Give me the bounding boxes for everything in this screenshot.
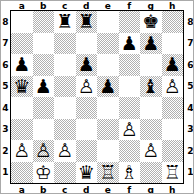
square-f5[interactable] (119, 76, 141, 98)
piece-black-queen-d1: ♛ (78, 161, 95, 183)
square-h4[interactable] (162, 97, 184, 119)
rank-label-7: 7 (1, 33, 10, 55)
square-f3[interactable]: ♙ (119, 119, 141, 141)
piece-white-bishop-f1: ♗ (121, 161, 138, 183)
square-e2[interactable] (97, 140, 119, 162)
square-d4[interactable] (76, 97, 98, 119)
square-f2[interactable] (119, 140, 141, 162)
piece-white-pawn-b2: ♙ (35, 140, 52, 162)
piece-white-pawn-h5: ♙ (164, 75, 181, 97)
piece-black-rook-d8: ♜ (78, 11, 95, 33)
piece-black-queen-a5: ♛ (13, 75, 30, 97)
square-f8[interactable] (119, 11, 141, 33)
piece-black-pawn-e5: ♟ (99, 75, 116, 97)
rank-label-1: 1 (186, 162, 194, 184)
chess-board: ♜♜♚♟♟♟♟♟♛♟♙♟♝♙♙♙♙♙♙♔♛♖♗♖ (10, 10, 184, 184)
square-a4[interactable] (11, 97, 33, 119)
square-a3[interactable] (11, 119, 33, 141)
chess-diagram: abcdefgh 87654321 ♜♜♚♟♟♟♟♟♛♟♙♟♝♙♙♙♙♙♙♔♛♖… (0, 0, 194, 194)
square-b8[interactable] (33, 11, 55, 33)
piece-white-rook-h1: ♖ (164, 161, 181, 183)
rank-label-2: 2 (1, 140, 10, 162)
square-d2[interactable] (76, 140, 98, 162)
piece-black-pawn-a6: ♟ (13, 54, 30, 76)
square-a1[interactable] (11, 162, 33, 184)
rank-label-4: 4 (186, 97, 194, 119)
square-e5[interactable]: ♟ (97, 76, 119, 98)
square-h8[interactable] (162, 11, 184, 33)
square-a6[interactable]: ♟ (11, 54, 33, 76)
square-f4[interactable] (119, 97, 141, 119)
square-g4[interactable] (140, 97, 162, 119)
square-g1[interactable] (140, 162, 162, 184)
piece-black-pawn-h6: ♟ (164, 54, 181, 76)
square-c2[interactable]: ♙ (54, 140, 76, 162)
piece-white-king-b1: ♔ (35, 161, 52, 183)
square-f7[interactable]: ♟ (119, 33, 141, 55)
rank-label-6: 6 (186, 54, 194, 76)
square-b5[interactable]: ♟ (33, 76, 55, 98)
piece-black-king-g8: ♚ (142, 11, 159, 33)
square-c4[interactable] (54, 97, 76, 119)
rank-label-8: 8 (186, 11, 194, 33)
file-label-c: c (54, 185, 76, 194)
piece-black-pawn-f7: ♟ (121, 32, 138, 54)
square-a5[interactable]: ♛ (11, 76, 33, 98)
square-c1[interactable] (54, 162, 76, 184)
square-d1[interactable]: ♛ (76, 162, 98, 184)
square-c7[interactable] (54, 33, 76, 55)
square-h1[interactable]: ♖ (162, 162, 184, 184)
square-e1[interactable]: ♖ (97, 162, 119, 184)
square-c6[interactable] (54, 54, 76, 76)
piece-white-pawn-d5: ♙ (78, 75, 95, 97)
square-h2[interactable] (162, 140, 184, 162)
square-c3[interactable] (54, 119, 76, 141)
rank-label-2: 2 (186, 140, 194, 162)
square-a7[interactable] (11, 33, 33, 55)
square-b4[interactable] (33, 97, 55, 119)
square-f6[interactable] (119, 54, 141, 76)
rank-label-5: 5 (186, 76, 194, 98)
square-g2[interactable]: ♙ (140, 140, 162, 162)
file-label-d: d (76, 185, 98, 194)
square-b2[interactable]: ♙ (33, 140, 55, 162)
square-e3[interactable] (97, 119, 119, 141)
rank-labels-right: 87654321 (186, 11, 194, 183)
square-d3[interactable] (76, 119, 98, 141)
square-h6[interactable]: ♟ (162, 54, 184, 76)
piece-white-pawn-g2: ♙ (142, 140, 159, 162)
square-f1[interactable]: ♗ (119, 162, 141, 184)
rank-label-8: 8 (1, 11, 10, 33)
rank-label-5: 5 (1, 76, 10, 98)
piece-black-pawn-b5: ♟ (35, 75, 52, 97)
piece-white-rook-e1: ♖ (99, 161, 116, 183)
square-a8[interactable] (11, 11, 33, 33)
square-d6[interactable]: ♟ (76, 54, 98, 76)
square-b7[interactable] (33, 33, 55, 55)
square-c5[interactable] (54, 76, 76, 98)
square-h5[interactable]: ♙ (162, 76, 184, 98)
square-g3[interactable] (140, 119, 162, 141)
square-b1[interactable]: ♔ (33, 162, 55, 184)
square-b6[interactable] (33, 54, 55, 76)
square-e4[interactable] (97, 97, 119, 119)
rank-label-6: 6 (1, 54, 10, 76)
piece-black-pawn-g7: ♟ (142, 32, 159, 54)
file-label-b: b (33, 185, 55, 194)
rank-label-1: 1 (1, 162, 10, 184)
rank-label-7: 7 (186, 33, 194, 55)
file-label-h: h (162, 185, 184, 194)
file-label-e: e (97, 185, 119, 194)
piece-black-pawn-d6: ♟ (78, 54, 95, 76)
file-label-a: a (11, 185, 33, 194)
square-g6[interactable] (140, 54, 162, 76)
square-g8[interactable]: ♚ (140, 11, 162, 33)
square-d7[interactable] (76, 33, 98, 55)
piece-black-rook-c8: ♜ (56, 11, 73, 33)
piece-black-bishop-g5: ♝ (142, 75, 159, 97)
rank-label-4: 4 (1, 97, 10, 119)
square-e8[interactable] (97, 11, 119, 33)
piece-white-pawn-f3: ♙ (121, 118, 138, 140)
piece-white-pawn-a2: ♙ (13, 140, 30, 162)
rank-labels-left: 87654321 (1, 11, 10, 183)
file-label-f: f (119, 185, 141, 194)
piece-white-pawn-c2: ♙ (56, 140, 73, 162)
square-h7[interactable] (162, 33, 184, 55)
square-d5[interactable]: ♙ (76, 76, 98, 98)
square-c8[interactable]: ♜ (54, 11, 76, 33)
square-d8[interactable]: ♜ (76, 11, 98, 33)
square-e6[interactable] (97, 54, 119, 76)
square-h3[interactable] (162, 119, 184, 141)
square-a2[interactable]: ♙ (11, 140, 33, 162)
file-labels-bottom: abcdefgh (11, 185, 183, 194)
square-b3[interactable] (33, 119, 55, 141)
rank-label-3: 3 (1, 119, 10, 141)
square-g5[interactable]: ♝ (140, 76, 162, 98)
square-g7[interactable]: ♟ (140, 33, 162, 55)
rank-label-3: 3 (186, 119, 194, 141)
file-label-g: g (140, 185, 162, 194)
square-e7[interactable] (97, 33, 119, 55)
